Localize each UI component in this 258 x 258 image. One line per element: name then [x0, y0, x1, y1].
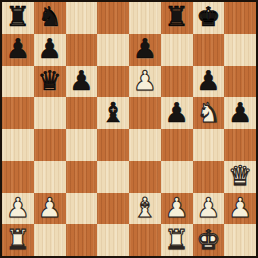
square-b4[interactable] [34, 129, 66, 161]
black-pawn-icon[interactable]: ♟ [69, 66, 93, 96]
square-b7[interactable]: ♟ [34, 34, 66, 66]
chess-board-frame: ♜♞♜♚♟♟♟♛♟♟♟♝♟♞♟♛♟♟♝♟♟♟♜♜♚ [0, 0, 258, 258]
square-d5[interactable]: ♝ [97, 97, 129, 129]
square-g6[interactable]: ♟ [193, 66, 225, 98]
square-b1[interactable] [34, 224, 66, 256]
square-a8[interactable]: ♜ [2, 2, 34, 34]
black-pawn-icon[interactable]: ♟ [133, 34, 157, 64]
square-f2[interactable]: ♟ [161, 193, 193, 225]
square-g7[interactable] [193, 34, 225, 66]
square-h8[interactable] [224, 2, 256, 34]
black-pawn-icon[interactable]: ♟ [165, 97, 189, 127]
white-knight-icon[interactable]: ♞ [196, 97, 220, 127]
square-b6[interactable]: ♛ [34, 66, 66, 98]
black-queen-icon[interactable]: ♛ [38, 66, 62, 96]
square-g4[interactable] [193, 129, 225, 161]
white-pawn-icon[interactable]: ♟ [38, 193, 62, 223]
square-h2[interactable]: ♟ [224, 193, 256, 225]
square-d6[interactable] [97, 66, 129, 98]
square-g1[interactable]: ♚ [193, 224, 225, 256]
square-e7[interactable]: ♟ [129, 34, 161, 66]
square-c6[interactable]: ♟ [66, 66, 98, 98]
white-queen-icon[interactable]: ♛ [228, 161, 252, 191]
square-f3[interactable] [161, 161, 193, 193]
square-a6[interactable] [2, 66, 34, 98]
square-d2[interactable] [97, 193, 129, 225]
square-e4[interactable] [129, 129, 161, 161]
white-bishop-icon[interactable]: ♝ [133, 193, 157, 223]
square-g8[interactable]: ♚ [193, 2, 225, 34]
square-a2[interactable]: ♟ [2, 193, 34, 225]
chess-board-grid: ♜♞♜♚♟♟♟♛♟♟♟♝♟♞♟♛♟♟♝♟♟♟♜♜♚ [2, 2, 256, 256]
square-f6[interactable] [161, 66, 193, 98]
square-e8[interactable] [129, 2, 161, 34]
square-c8[interactable] [66, 2, 98, 34]
white-rook-icon[interactable]: ♜ [165, 224, 189, 254]
square-e2[interactable]: ♝ [129, 193, 161, 225]
square-c1[interactable] [66, 224, 98, 256]
black-rook-icon[interactable]: ♜ [6, 2, 30, 32]
square-f1[interactable]: ♜ [161, 224, 193, 256]
square-d1[interactable] [97, 224, 129, 256]
white-pawn-icon[interactable]: ♟ [165, 193, 189, 223]
square-e3[interactable] [129, 161, 161, 193]
square-d3[interactable] [97, 161, 129, 193]
white-rook-icon[interactable]: ♜ [6, 224, 30, 254]
square-c2[interactable] [66, 193, 98, 225]
square-e5[interactable] [129, 97, 161, 129]
black-pawn-icon[interactable]: ♟ [228, 97, 252, 127]
square-f7[interactable] [161, 34, 193, 66]
black-bishop-icon[interactable]: ♝ [101, 97, 125, 127]
square-e6[interactable]: ♟ [129, 66, 161, 98]
square-h5[interactable]: ♟ [224, 97, 256, 129]
square-c4[interactable] [66, 129, 98, 161]
white-pawn-icon[interactable]: ♟ [228, 193, 252, 223]
white-king-icon[interactable]: ♚ [196, 224, 220, 254]
black-pawn-icon[interactable]: ♟ [38, 34, 62, 64]
square-f8[interactable]: ♜ [161, 2, 193, 34]
square-a5[interactable] [2, 97, 34, 129]
square-g3[interactable] [193, 161, 225, 193]
square-d7[interactable] [97, 34, 129, 66]
black-pawn-icon[interactable]: ♟ [6, 34, 30, 64]
square-d8[interactable] [97, 2, 129, 34]
black-rook-icon[interactable]: ♜ [165, 2, 189, 32]
square-g5[interactable]: ♞ [193, 97, 225, 129]
black-pawn-icon[interactable]: ♟ [196, 66, 220, 96]
square-h4[interactable] [224, 129, 256, 161]
square-c5[interactable] [66, 97, 98, 129]
square-c7[interactable] [66, 34, 98, 66]
square-b8[interactable]: ♞ [34, 2, 66, 34]
square-f5[interactable]: ♟ [161, 97, 193, 129]
square-c3[interactable] [66, 161, 98, 193]
square-b3[interactable] [34, 161, 66, 193]
square-a4[interactable] [2, 129, 34, 161]
square-h1[interactable] [224, 224, 256, 256]
square-h3[interactable]: ♛ [224, 161, 256, 193]
square-b2[interactable]: ♟ [34, 193, 66, 225]
square-h7[interactable] [224, 34, 256, 66]
white-pawn-icon[interactable]: ♟ [6, 193, 30, 223]
white-pawn-icon[interactable]: ♟ [133, 66, 157, 96]
white-pawn-icon[interactable]: ♟ [196, 193, 220, 223]
square-b5[interactable] [34, 97, 66, 129]
square-a7[interactable]: ♟ [2, 34, 34, 66]
square-a1[interactable]: ♜ [2, 224, 34, 256]
square-h6[interactable] [224, 66, 256, 98]
square-g2[interactable]: ♟ [193, 193, 225, 225]
black-knight-icon[interactable]: ♞ [38, 2, 62, 32]
black-king-icon[interactable]: ♚ [196, 2, 220, 32]
square-e1[interactable] [129, 224, 161, 256]
square-f4[interactable] [161, 129, 193, 161]
square-d4[interactable] [97, 129, 129, 161]
square-a3[interactable] [2, 161, 34, 193]
